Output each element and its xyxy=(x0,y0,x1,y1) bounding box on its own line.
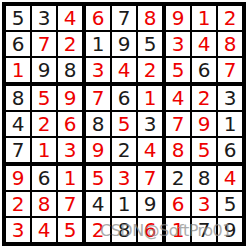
sudoku-box-5: 761853924 xyxy=(86,86,162,162)
sudoku-cell-r5c1[interactable]: 4 xyxy=(6,112,30,136)
sudoku-cell-r6c1[interactable]: 7 xyxy=(6,138,30,162)
sudoku-cell-r6c6[interactable]: 4 xyxy=(138,138,162,162)
sudoku-cell-r6c2[interactable]: 1 xyxy=(32,138,56,162)
sudoku-cell-r9c5[interactable]: 8 xyxy=(112,218,136,242)
sudoku-cell-r3c9[interactable]: 7 xyxy=(218,58,242,82)
sudoku-cell-r1c2[interactable]: 3 xyxy=(32,6,56,30)
sudoku-cell-r5c8[interactable]: 9 xyxy=(192,112,216,136)
sudoku-cell-r8c4[interactable]: 4 xyxy=(86,192,110,216)
sudoku-box-6: 423791856 xyxy=(166,86,242,162)
sudoku-cell-r4c6[interactable]: 1 xyxy=(138,86,162,110)
sudoku-cell-r9c7[interactable]: 1 xyxy=(166,218,190,242)
sudoku-cell-r7c5[interactable]: 3 xyxy=(112,166,136,190)
sudoku-cell-r1c8[interactable]: 1 xyxy=(192,6,216,30)
sudoku-board: 5346721986781953429123485678594267137618… xyxy=(2,2,246,246)
sudoku-cell-r9c8[interactable]: 7 xyxy=(192,218,216,242)
sudoku-cell-r3c1[interactable]: 1 xyxy=(6,58,30,82)
sudoku-box-7: 961287345 xyxy=(6,166,82,242)
sudoku-cell-r6c4[interactable]: 9 xyxy=(86,138,110,162)
sudoku-cell-r4c8[interactable]: 2 xyxy=(192,86,216,110)
sudoku-cell-r2c7[interactable]: 3 xyxy=(166,32,190,56)
sudoku-cell-r7c7[interactable]: 2 xyxy=(166,166,190,190)
sudoku-cell-r6c3[interactable]: 3 xyxy=(58,138,82,162)
sudoku-cell-r1c5[interactable]: 7 xyxy=(112,6,136,30)
sudoku-cell-r8c5[interactable]: 1 xyxy=(112,192,136,216)
sudoku-cell-r7c6[interactable]: 7 xyxy=(138,166,162,190)
sudoku-cell-r8c3[interactable]: 7 xyxy=(58,192,82,216)
sudoku-cell-r5c5[interactable]: 5 xyxy=(112,112,136,136)
sudoku-cell-r5c2[interactable]: 2 xyxy=(32,112,56,136)
sudoku-cell-r3c6[interactable]: 2 xyxy=(138,58,162,82)
sudoku-cell-r2c6[interactable]: 5 xyxy=(138,32,162,56)
sudoku-cell-r3c8[interactable]: 6 xyxy=(192,58,216,82)
sudoku-cell-r1c9[interactable]: 2 xyxy=(218,6,242,30)
sudoku-cell-r4c1[interactable]: 8 xyxy=(6,86,30,110)
sudoku-cell-r2c1[interactable]: 6 xyxy=(6,32,30,56)
sudoku-cell-r1c3[interactable]: 4 xyxy=(58,6,82,30)
sudoku-cell-r2c5[interactable]: 9 xyxy=(112,32,136,56)
sudoku-cell-r2c9[interactable]: 8 xyxy=(218,32,242,56)
sudoku-box-4: 859426713 xyxy=(6,86,82,162)
sudoku-cell-r6c5[interactable]: 2 xyxy=(112,138,136,162)
sudoku-cell-r2c3[interactable]: 2 xyxy=(58,32,82,56)
sudoku-cell-r7c9[interactable]: 4 xyxy=(218,166,242,190)
sudoku-cell-r3c2[interactable]: 9 xyxy=(32,58,56,82)
sudoku-cell-r3c3[interactable]: 8 xyxy=(58,58,82,82)
sudoku-cell-r5c7[interactable]: 7 xyxy=(166,112,190,136)
sudoku-cell-r4c3[interactable]: 9 xyxy=(58,86,82,110)
sudoku-cell-r2c4[interactable]: 1 xyxy=(86,32,110,56)
sudoku-cell-r9c3[interactable]: 5 xyxy=(58,218,82,242)
sudoku-cell-r7c2[interactable]: 6 xyxy=(32,166,56,190)
sudoku-cell-r5c4[interactable]: 8 xyxy=(86,112,110,136)
sudoku-cell-r1c6[interactable]: 8 xyxy=(138,6,162,30)
sudoku-cell-r9c4[interactable]: 2 xyxy=(86,218,110,242)
sudoku-cell-r4c2[interactable]: 5 xyxy=(32,86,56,110)
sudoku-cell-r8c1[interactable]: 2 xyxy=(6,192,30,216)
sudoku-cell-r1c4[interactable]: 6 xyxy=(86,6,110,30)
sudoku-cell-r4c7[interactable]: 4 xyxy=(166,86,190,110)
sudoku-cell-r9c2[interactable]: 4 xyxy=(32,218,56,242)
sudoku-cell-r3c5[interactable]: 4 xyxy=(112,58,136,82)
sudoku-box-2: 678195342 xyxy=(86,6,162,82)
sudoku-box-8: 537419286 xyxy=(86,166,162,242)
sudoku-cell-r9c6[interactable]: 6 xyxy=(138,218,162,242)
sudoku-cell-r2c2[interactable]: 7 xyxy=(32,32,56,56)
sudoku-cell-r7c1[interactable]: 9 xyxy=(6,166,30,190)
sudoku-cell-r6c9[interactable]: 6 xyxy=(218,138,242,162)
sudoku-cell-r9c9[interactable]: 9 xyxy=(218,218,242,242)
sudoku-box-3: 912348567 xyxy=(166,6,242,82)
sudoku-cell-r5c9[interactable]: 1 xyxy=(218,112,242,136)
sudoku-cell-r1c1[interactable]: 5 xyxy=(6,6,30,30)
sudoku-cell-r4c5[interactable]: 6 xyxy=(112,86,136,110)
sudoku-cell-r7c3[interactable]: 1 xyxy=(58,166,82,190)
sudoku-cell-r4c4[interactable]: 7 xyxy=(86,86,110,110)
sudoku-cell-r6c8[interactable]: 5 xyxy=(192,138,216,162)
sudoku-cell-r3c7[interactable]: 5 xyxy=(166,58,190,82)
sudoku-cell-r1c7[interactable]: 9 xyxy=(166,6,190,30)
sudoku-cell-r8c6[interactable]: 9 xyxy=(138,192,162,216)
sudoku-cell-r8c7[interactable]: 6 xyxy=(166,192,190,216)
sudoku-cell-r8c8[interactable]: 3 xyxy=(192,192,216,216)
sudoku-cell-r5c3[interactable]: 6 xyxy=(58,112,82,136)
sudoku-cell-r2c8[interactable]: 4 xyxy=(192,32,216,56)
sudoku-box-1: 534672198 xyxy=(6,6,82,82)
sudoku-cell-r7c8[interactable]: 8 xyxy=(192,166,216,190)
sudoku-cell-r6c7[interactable]: 8 xyxy=(166,138,190,162)
sudoku-cell-r9c1[interactable]: 3 xyxy=(6,218,30,242)
sudoku-cell-r5c6[interactable]: 3 xyxy=(138,112,162,136)
sudoku-cell-r4c9[interactable]: 3 xyxy=(218,86,242,110)
sudoku-cell-r7c4[interactable]: 5 xyxy=(86,166,110,190)
sudoku-cell-r3c4[interactable]: 3 xyxy=(86,58,110,82)
sudoku-cell-r8c9[interactable]: 5 xyxy=(218,192,242,216)
sudoku-cell-r8c2[interactable]: 8 xyxy=(32,192,56,216)
sudoku-box-9: 284635179 xyxy=(166,166,242,242)
